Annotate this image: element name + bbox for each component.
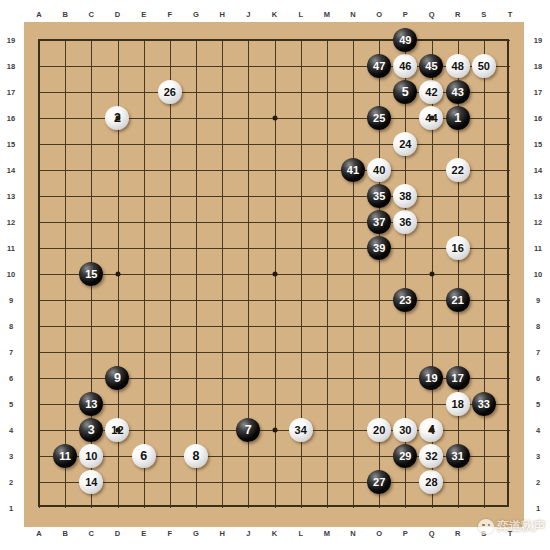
star-points-layer xyxy=(24,22,524,527)
row-label-left-16: 16 xyxy=(7,114,15,123)
col-label-bottom-D: D xyxy=(115,529,120,538)
col-label-bottom-L: L xyxy=(298,529,303,538)
row-label-left-7: 7 xyxy=(9,348,13,357)
col-label-bottom-T: T xyxy=(508,529,513,538)
col-label-bottom-R: R xyxy=(455,529,460,538)
col-label-top-G: G xyxy=(193,10,199,19)
row-label-left-4: 4 xyxy=(9,426,13,435)
row-label-left-18: 18 xyxy=(7,62,15,71)
row-label-left-11: 11 xyxy=(7,244,15,253)
row-label-left-5: 5 xyxy=(9,400,13,409)
col-label-top-E: E xyxy=(141,10,146,19)
row-label-right-16: 16 xyxy=(534,114,542,123)
star-point-Q16 xyxy=(429,116,434,121)
row-label-right-19: 19 xyxy=(534,36,542,45)
go-game-diagram: 1234567891011121314151617181920212223242… xyxy=(0,0,550,550)
row-label-right-14: 14 xyxy=(534,166,542,175)
col-label-bottom-C: C xyxy=(89,529,94,538)
row-label-left-14: 14 xyxy=(7,166,15,175)
row-label-left-1: 1 xyxy=(9,504,13,513)
row-label-right-6: 6 xyxy=(536,374,540,383)
col-label-top-L: L xyxy=(298,10,303,19)
row-label-right-5: 5 xyxy=(536,400,540,409)
row-label-right-9: 9 xyxy=(536,296,540,305)
star-point-K10 xyxy=(272,272,277,277)
col-label-top-R: R xyxy=(455,10,460,19)
col-label-top-T: T xyxy=(508,10,513,19)
col-label-bottom-O: O xyxy=(376,529,382,538)
row-label-right-10: 10 xyxy=(534,270,542,279)
col-label-bottom-B: B xyxy=(62,529,67,538)
col-label-bottom-G: G xyxy=(193,529,199,538)
row-label-right-18: 18 xyxy=(534,62,542,71)
row-label-left-6: 6 xyxy=(9,374,13,383)
col-label-bottom-H: H xyxy=(219,529,224,538)
col-label-top-D: D xyxy=(115,10,120,19)
col-label-top-Q: Q xyxy=(429,10,435,19)
row-label-right-17: 17 xyxy=(534,88,542,97)
col-label-top-H: H xyxy=(219,10,224,19)
row-label-left-3: 3 xyxy=(9,452,13,461)
col-label-bottom-S: S xyxy=(481,529,486,538)
row-label-right-15: 15 xyxy=(534,140,542,149)
col-label-bottom-M: M xyxy=(324,529,330,538)
col-label-top-F: F xyxy=(168,10,173,19)
row-label-right-12: 12 xyxy=(534,218,542,227)
row-label-left-12: 12 xyxy=(7,218,15,227)
col-label-top-M: M xyxy=(324,10,330,19)
col-label-bottom-A: A xyxy=(36,529,41,538)
row-label-left-10: 10 xyxy=(7,270,15,279)
col-label-bottom-N: N xyxy=(350,529,355,538)
star-point-D4 xyxy=(115,428,120,433)
star-point-Q10 xyxy=(429,272,434,277)
row-label-right-7: 7 xyxy=(536,348,540,357)
row-label-right-2: 2 xyxy=(536,478,540,487)
row-label-left-2: 2 xyxy=(9,478,13,487)
star-point-K4 xyxy=(272,428,277,433)
col-label-top-N: N xyxy=(350,10,355,19)
col-label-top-S: S xyxy=(481,10,486,19)
row-label-left-15: 15 xyxy=(7,140,15,149)
row-label-right-8: 8 xyxy=(536,322,540,331)
col-label-bottom-F: F xyxy=(168,529,173,538)
row-label-right-11: 11 xyxy=(534,244,542,253)
col-label-top-C: C xyxy=(89,10,94,19)
col-label-bottom-E: E xyxy=(141,529,146,538)
row-label-right-13: 13 xyxy=(534,192,542,201)
row-label-right-4: 4 xyxy=(536,426,540,435)
row-label-left-9: 9 xyxy=(9,296,13,305)
col-label-bottom-K: K xyxy=(272,529,277,538)
star-point-D16 xyxy=(115,116,120,121)
row-label-left-13: 13 xyxy=(7,192,15,201)
go-board: 1234567891011121314151617181920212223242… xyxy=(24,22,524,527)
star-point-D10 xyxy=(115,272,120,277)
col-label-bottom-P: P xyxy=(403,529,408,538)
col-label-bottom-Q: Q xyxy=(429,529,435,538)
col-label-top-P: P xyxy=(403,10,408,19)
row-label-left-19: 19 xyxy=(7,36,15,45)
col-label-top-J: J xyxy=(246,10,250,19)
col-label-top-K: K xyxy=(272,10,277,19)
row-label-right-3: 3 xyxy=(536,452,540,461)
star-point-K16 xyxy=(272,116,277,121)
star-point-Q4 xyxy=(429,428,434,433)
col-label-top-O: O xyxy=(376,10,382,19)
col-label-top-A: A xyxy=(36,10,41,19)
col-label-bottom-J: J xyxy=(246,529,250,538)
row-label-left-17: 17 xyxy=(7,88,15,97)
row-label-left-8: 8 xyxy=(9,322,13,331)
row-label-right-1: 1 xyxy=(536,504,540,513)
col-label-top-B: B xyxy=(62,10,67,19)
